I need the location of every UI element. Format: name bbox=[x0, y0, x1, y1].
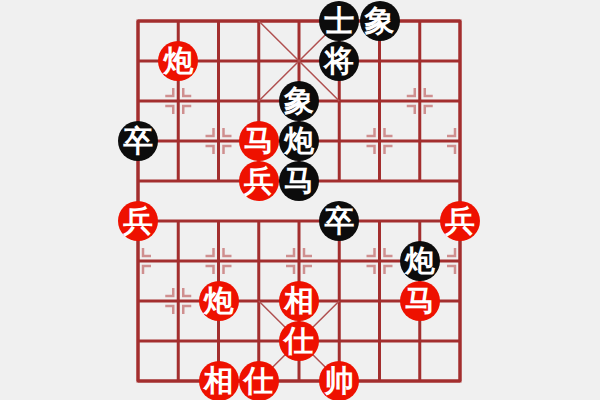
black-pawn[interactable]: 卒 bbox=[118, 121, 158, 161]
red-cannon[interactable]: 炮 bbox=[199, 281, 239, 321]
red-elephant[interactable]: 相 bbox=[279, 281, 319, 321]
red-pawn[interactable]: 兵 bbox=[239, 161, 279, 201]
red-pawn[interactable]: 兵 bbox=[118, 201, 158, 241]
red-horse[interactable]: 马 bbox=[239, 121, 279, 161]
pieces-layer: 士象将象卒炮马卒炮炮马兵兵兵炮相马仕相仕帅 bbox=[0, 0, 600, 400]
black-advisor[interactable]: 士 bbox=[319, 1, 359, 41]
red-advisor[interactable]: 仕 bbox=[239, 361, 279, 400]
red-pawn[interactable]: 兵 bbox=[440, 201, 480, 241]
red-advisor[interactable]: 仕 bbox=[279, 321, 319, 361]
black-general[interactable]: 将 bbox=[319, 41, 359, 81]
red-elephant[interactable]: 相 bbox=[199, 361, 239, 400]
black-elephant[interactable]: 象 bbox=[279, 81, 319, 121]
black-cannon[interactable]: 炮 bbox=[400, 241, 440, 281]
red-cannon[interactable]: 炮 bbox=[158, 41, 198, 81]
black-cannon[interactable]: 炮 bbox=[279, 121, 319, 161]
black-horse[interactable]: 马 bbox=[279, 161, 319, 201]
xiangqi-board: 士象将象卒炮马卒炮炮马兵兵兵炮相马仕相仕帅 bbox=[0, 0, 600, 400]
red-general[interactable]: 帅 bbox=[319, 361, 359, 400]
red-horse[interactable]: 马 bbox=[400, 281, 440, 321]
black-elephant[interactable]: 象 bbox=[360, 1, 400, 41]
black-pawn[interactable]: 卒 bbox=[319, 201, 359, 241]
